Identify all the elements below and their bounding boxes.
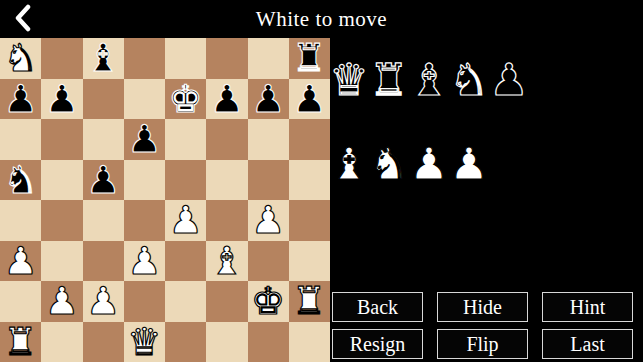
square-e2[interactable] [165,281,206,322]
white-knight-piece: ♞ [4,38,38,78]
square-g7[interactable]: ♟ [248,79,289,120]
square-h5[interactable] [289,160,330,201]
captured-black-knight: ♞ [449,56,489,104]
black-pawn-piece: ♟ [86,160,120,200]
black-pawn-piece: ♟ [4,79,38,119]
captured-black-pawn: ♟ [489,56,529,104]
square-d5[interactable] [124,160,165,201]
square-d8[interactable] [124,38,165,79]
square-a3[interactable]: ♟ [0,241,41,282]
square-b2[interactable]: ♟ [41,281,82,322]
square-d1[interactable]: ♛ [124,322,165,362]
square-e4[interactable]: ♟ [165,200,206,241]
square-e8[interactable] [165,38,206,79]
square-c5[interactable]: ♟ [83,160,124,201]
square-d2[interactable] [124,281,165,322]
square-g4[interactable]: ♟ [248,200,289,241]
square-b7[interactable]: ♟ [41,79,82,120]
square-c2[interactable]: ♟ [83,281,124,322]
square-c6[interactable] [83,119,124,160]
captured-black-queen: ♛ [329,56,369,104]
captured-white-pieces-tray: ♝♞♟♟ [329,136,489,188]
captured-white-pawn: ♟ [449,140,489,188]
square-h8[interactable]: ♜ [289,38,330,79]
square-h6[interactable] [289,119,330,160]
white-king-piece: ♚ [251,281,285,321]
square-g3[interactable] [248,241,289,282]
square-c8[interactable]: ♝ [83,38,124,79]
square-b1[interactable] [41,322,82,362]
square-a2[interactable] [0,281,41,322]
square-h2[interactable]: ♜ [289,281,330,322]
square-c3[interactable] [83,241,124,282]
square-e1[interactable] [165,322,206,362]
square-a6[interactable] [0,119,41,160]
captured-white-bishop: ♝ [329,140,369,188]
square-b8[interactable] [41,38,82,79]
white-pawn-piece: ♟ [86,281,120,321]
square-f5[interactable] [206,160,247,201]
square-c4[interactable] [83,200,124,241]
square-c1[interactable] [83,322,124,362]
white-pawn-piece: ♟ [127,241,161,281]
square-g6[interactable] [248,119,289,160]
white-queen-piece: ♛ [127,322,161,362]
white-pawn-piece: ♟ [45,281,79,321]
square-a8[interactable]: ♞ [0,38,41,79]
square-d3[interactable]: ♟ [124,241,165,282]
chess-app-screen: White to move ♞♝♜♟♟♚♟♟♟♟♞♟♟♟♟♟♝♟♟♚♜♜♛ ♛♜… [0,0,643,362]
square-f1[interactable] [206,322,247,362]
square-f6[interactable] [206,119,247,160]
resign-button[interactable]: Resign [332,329,423,359]
black-bishop-piece: ♝ [86,38,120,78]
last-button[interactable]: Last [542,329,633,359]
square-a7[interactable]: ♟ [0,79,41,120]
square-a1[interactable]: ♜ [0,322,41,362]
square-h7[interactable]: ♟ [289,79,330,120]
game-buttons: BackHideHintResignFlipLast [332,292,633,359]
flip-button[interactable]: Flip [437,329,528,359]
black-pawn-piece: ♟ [210,79,244,119]
square-h1[interactable] [289,322,330,362]
chess-board: ♞♝♜♟♟♚♟♟♟♟♞♟♟♟♟♟♝♟♟♚♜♜♛ [0,38,330,362]
captured-black-pieces-tray: ♛♜♝♞♟ [329,52,529,104]
square-e3[interactable] [165,241,206,282]
square-e5[interactable] [165,160,206,201]
square-d7[interactable] [124,79,165,120]
square-e6[interactable] [165,119,206,160]
square-c7[interactable] [83,79,124,120]
square-b3[interactable] [41,241,82,282]
square-g2[interactable]: ♚ [248,281,289,322]
square-b6[interactable] [41,119,82,160]
white-rook-piece: ♜ [4,322,38,362]
square-e7[interactable]: ♚ [165,79,206,120]
black-pawn-piece: ♟ [292,79,326,119]
white-rook-piece: ♜ [292,281,326,321]
hide-button[interactable]: Hide [437,292,528,322]
square-h4[interactable] [289,200,330,241]
square-g5[interactable] [248,160,289,201]
captured-black-bishop: ♝ [409,56,449,104]
black-knight-piece: ♞ [4,160,38,200]
square-a4[interactable] [0,200,41,241]
captured-white-knight: ♞ [369,140,409,188]
square-f8[interactable] [206,38,247,79]
square-f7[interactable]: ♟ [206,79,247,120]
white-pawn-piece: ♟ [169,200,203,240]
black-pawn-piece: ♟ [251,79,285,119]
back-button[interactable]: Back [332,292,423,322]
black-king-piece: ♚ [169,79,203,119]
square-g1[interactable] [248,322,289,362]
square-d6[interactable]: ♟ [124,119,165,160]
square-b5[interactable] [41,160,82,201]
square-h3[interactable] [289,241,330,282]
captured-white-pawn: ♟ [409,140,449,188]
square-g8[interactable] [248,38,289,79]
square-d4[interactable] [124,200,165,241]
square-f2[interactable] [206,281,247,322]
black-pawn-piece: ♟ [127,119,161,159]
square-f3[interactable]: ♝ [206,241,247,282]
white-pawn-piece: ♟ [4,241,38,281]
white-bishop-piece: ♝ [210,241,244,281]
white-pawn-piece: ♟ [251,200,285,240]
square-f4[interactable] [206,200,247,241]
square-b4[interactable] [41,200,82,241]
hint-button[interactable]: Hint [542,292,633,322]
header-bar: White to move [0,0,643,38]
black-rook-piece: ♜ [292,38,326,78]
captured-black-rook: ♜ [369,56,409,104]
black-pawn-piece: ♟ [45,79,79,119]
page-title: White to move [0,0,643,38]
square-a5[interactable]: ♞ [0,160,41,201]
